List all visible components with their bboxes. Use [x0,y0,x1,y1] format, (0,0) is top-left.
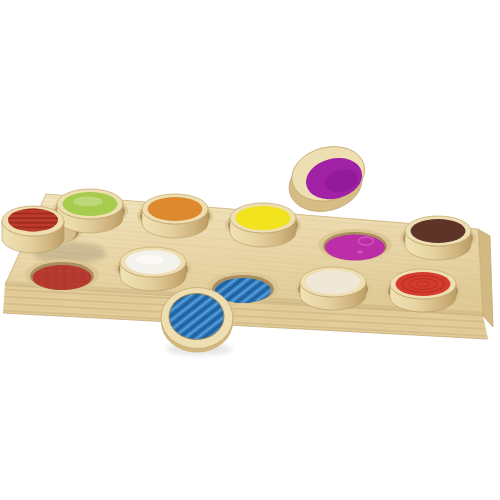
disc-face-brown [411,219,466,243]
slot-magenta[interactable] [318,229,392,261]
disc-red-ridged-loose[interactable] [2,206,64,253]
disc-face-cream [306,270,361,294]
highlight [73,197,103,207]
disc-face-magenta [325,235,385,261]
disc-white[interactable] [115,247,191,291]
disc-face-yellow [236,206,291,230]
magenta-dot-highlight [357,250,363,253]
product-photo [0,0,500,500]
disc-red-swirl[interactable] [385,269,461,312]
disc-cream[interactable] [295,267,371,310]
scene [0,0,500,500]
highlight [136,255,164,264]
disc-brown[interactable] [400,216,476,260]
disc-face-orange [148,197,203,221]
ridge-texture [8,209,58,232]
disc-orange[interactable] [137,194,213,238]
rough-texture [33,265,92,290]
slot-red-rough[interactable] [25,259,99,291]
disc-yellow[interactable] [225,203,301,247]
